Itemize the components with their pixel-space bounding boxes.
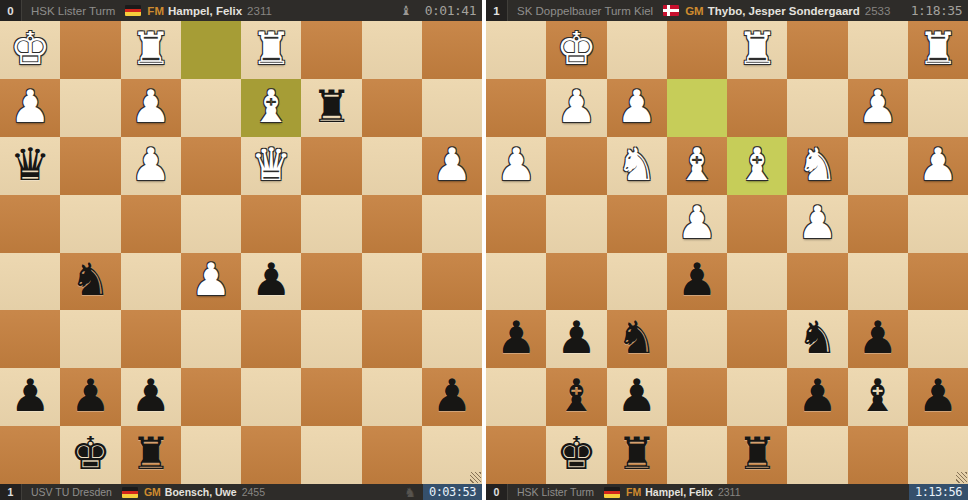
square[interactable] bbox=[787, 426, 847, 484]
match-score-badge: 0 bbox=[0, 0, 22, 21]
square[interactable]: ♟ bbox=[607, 79, 667, 137]
square[interactable] bbox=[60, 310, 120, 368]
clock-bottom: 0:03:53 bbox=[423, 484, 482, 500]
white-knight-piece: ♞ bbox=[797, 142, 837, 190]
flag-icon bbox=[663, 5, 679, 16]
square[interactable] bbox=[301, 310, 361, 368]
square[interactable]: ♟ bbox=[787, 368, 847, 426]
square[interactable] bbox=[301, 21, 361, 79]
square[interactable] bbox=[60, 21, 120, 79]
white-bishop-piece: ♝ bbox=[677, 142, 717, 190]
square[interactable] bbox=[727, 195, 787, 253]
black-pawn-piece: ♟ bbox=[616, 373, 656, 421]
square[interactable] bbox=[0, 253, 60, 311]
square[interactable]: ♜ bbox=[121, 21, 181, 79]
square[interactable] bbox=[607, 253, 667, 311]
black-bishop-piece: ♝ bbox=[857, 373, 897, 421]
square[interactable] bbox=[422, 21, 482, 79]
player-bar-top: 1 SK Doppelbauer Turm Kiel GM Thybo, Jes… bbox=[486, 0, 968, 21]
white-king-piece: ♚ bbox=[10, 26, 50, 74]
white-pawn-piece: ♟ bbox=[556, 84, 596, 132]
bishop-icon: ♝ bbox=[400, 3, 412, 18]
square[interactable] bbox=[181, 426, 241, 484]
black-pawn-piece: ♟ bbox=[918, 373, 958, 421]
black-pawn-piece: ♟ bbox=[10, 373, 50, 421]
player-rating: 2455 bbox=[242, 486, 265, 498]
square[interactable] bbox=[848, 137, 908, 195]
resize-handle-icon[interactable] bbox=[956, 472, 967, 483]
player-rating: 2311 bbox=[718, 486, 741, 498]
clock-top: 0:01:41 bbox=[419, 0, 482, 21]
square[interactable] bbox=[241, 426, 301, 484]
square[interactable]: ♟ bbox=[241, 253, 301, 311]
player-bar-top: 0 HSK Lister Turm FM Hampel, Felix 2311 … bbox=[0, 0, 482, 21]
flag-icon bbox=[122, 487, 138, 498]
white-bishop-piece: ♝ bbox=[737, 142, 777, 190]
square[interactable] bbox=[546, 253, 606, 311]
square[interactable] bbox=[727, 368, 787, 426]
team-name: HSK Lister Turm bbox=[517, 486, 594, 498]
square[interactable] bbox=[422, 195, 482, 253]
square[interactable] bbox=[181, 137, 241, 195]
white-pawn-piece: ♟ bbox=[496, 142, 536, 190]
square[interactable]: ♚ bbox=[546, 21, 606, 79]
square[interactable] bbox=[362, 310, 422, 368]
square[interactable] bbox=[0, 310, 60, 368]
white-pawn-piece: ♟ bbox=[130, 84, 170, 132]
square[interactable] bbox=[908, 195, 968, 253]
square[interactable]: ♟ bbox=[908, 368, 968, 426]
square[interactable] bbox=[60, 195, 120, 253]
white-pawn-piece: ♟ bbox=[191, 257, 231, 305]
square[interactable] bbox=[241, 368, 301, 426]
black-pawn-piece: ♟ bbox=[496, 315, 536, 363]
square[interactable] bbox=[241, 310, 301, 368]
black-pawn-piece: ♟ bbox=[556, 315, 596, 363]
square[interactable] bbox=[60, 79, 120, 137]
square[interactable] bbox=[546, 195, 606, 253]
square[interactable]: ♟ bbox=[546, 79, 606, 137]
square[interactable]: ♝ bbox=[727, 137, 787, 195]
square[interactable] bbox=[181, 368, 241, 426]
broadcast-stage: 0 HSK Lister Turm FM Hampel, Felix 2311 … bbox=[0, 0, 968, 500]
match-score-badge: 1 bbox=[486, 0, 508, 21]
square[interactable] bbox=[848, 253, 908, 311]
clock-top: 1:18:35 bbox=[905, 0, 968, 21]
board-area: ♚♜♜♟♟♟♟♞♝♝♞♟♟♟♟♟♟♞♞♟♝♟♟♝♟♚♜♜ bbox=[486, 21, 968, 484]
player-rating: 2533 bbox=[865, 5, 891, 17]
square[interactable]: ♟ bbox=[60, 368, 120, 426]
black-queen-piece: ♛ bbox=[10, 142, 50, 190]
square[interactable]: ♟ bbox=[181, 253, 241, 311]
player-bar-bottom: 0 HSK Lister Turm FM Hampel, Felix 2311 … bbox=[486, 484, 968, 500]
black-pawn-piece: ♟ bbox=[857, 315, 897, 363]
square[interactable] bbox=[486, 368, 546, 426]
square[interactable] bbox=[0, 195, 60, 253]
square[interactable]: ♟ bbox=[486, 310, 546, 368]
square[interactable] bbox=[848, 21, 908, 79]
team-name: HSK Lister Turm bbox=[31, 5, 115, 17]
square[interactable] bbox=[181, 21, 241, 79]
square[interactable] bbox=[486, 21, 546, 79]
white-rook-piece: ♜ bbox=[251, 26, 291, 74]
square[interactable] bbox=[362, 137, 422, 195]
black-king-piece: ♚ bbox=[70, 431, 110, 479]
resize-handle-icon[interactable] bbox=[470, 472, 481, 483]
player-name: Hampel, Felix bbox=[645, 486, 713, 498]
square[interactable]: ♟ bbox=[667, 195, 727, 253]
square[interactable]: ♝ bbox=[667, 137, 727, 195]
square[interactable] bbox=[727, 253, 787, 311]
square[interactable] bbox=[362, 253, 422, 311]
white-pawn-piece: ♟ bbox=[432, 142, 472, 190]
game-pane-left: 0 HSK Lister Turm FM Hampel, Felix 2311 … bbox=[0, 0, 482, 500]
match-score-badge: 0 bbox=[486, 484, 508, 500]
white-king-piece: ♚ bbox=[556, 26, 596, 74]
square[interactable]: ♟ bbox=[667, 253, 727, 311]
black-king-piece: ♚ bbox=[556, 431, 596, 479]
square[interactable] bbox=[848, 426, 908, 484]
square[interactable] bbox=[787, 21, 847, 79]
flag-icon bbox=[604, 487, 620, 498]
team-name: USV TU Dresden bbox=[31, 486, 112, 498]
square[interactable] bbox=[362, 195, 422, 253]
square[interactable]: ♞ bbox=[787, 310, 847, 368]
square[interactable] bbox=[422, 79, 482, 137]
square[interactable] bbox=[121, 195, 181, 253]
square[interactable] bbox=[121, 253, 181, 311]
square[interactable] bbox=[301, 137, 361, 195]
square[interactable]: ♜ bbox=[241, 21, 301, 79]
square[interactable] bbox=[727, 310, 787, 368]
square[interactable]: ♚ bbox=[60, 426, 120, 484]
square[interactable]: ♞ bbox=[607, 310, 667, 368]
square[interactable]: ♜ bbox=[727, 426, 787, 484]
player-name: Hampel, Felix bbox=[168, 5, 242, 17]
team-name: SK Doppelbauer Turm Kiel bbox=[517, 5, 653, 17]
white-queen-piece: ♛ bbox=[251, 142, 291, 190]
square[interactable] bbox=[546, 137, 606, 195]
square[interactable] bbox=[486, 426, 546, 484]
white-rook-piece: ♜ bbox=[130, 26, 170, 74]
square[interactable] bbox=[301, 368, 361, 426]
square[interactable] bbox=[607, 21, 667, 79]
square[interactable] bbox=[301, 253, 361, 311]
black-rook-piece: ♜ bbox=[311, 84, 351, 132]
square[interactable] bbox=[0, 426, 60, 484]
player-name: Thybo, Jesper Sondergaard bbox=[708, 5, 860, 17]
square[interactable] bbox=[607, 195, 667, 253]
black-pawn-piece: ♟ bbox=[797, 373, 837, 421]
square[interactable]: ♜ bbox=[727, 21, 787, 79]
square[interactable] bbox=[362, 368, 422, 426]
square[interactable]: ♝ bbox=[546, 368, 606, 426]
board-area: ♚♜♜♟♟♝♜♛♟♛♟♞♟♟♟♟♟♟♚♜ bbox=[0, 21, 482, 484]
square[interactable] bbox=[908, 310, 968, 368]
square[interactable] bbox=[301, 195, 361, 253]
square[interactable] bbox=[301, 426, 361, 484]
white-rook-piece: ♜ bbox=[918, 26, 958, 74]
match-score-badge: 1 bbox=[0, 484, 22, 500]
square[interactable]: ♜ bbox=[908, 21, 968, 79]
white-pawn-piece: ♟ bbox=[616, 84, 656, 132]
square[interactable] bbox=[121, 310, 181, 368]
square[interactable]: ♜ bbox=[607, 426, 667, 484]
square[interactable] bbox=[848, 195, 908, 253]
chess-board[interactable]: ♚♜♜♟♟♝♜♛♟♛♟♞♟♟♟♟♟♟♚♜ bbox=[0, 21, 482, 484]
clock-bottom: 1:13:56 bbox=[909, 484, 968, 500]
black-pawn-piece: ♟ bbox=[432, 373, 472, 421]
black-pawn-piece: ♟ bbox=[677, 257, 717, 305]
square[interactable] bbox=[362, 426, 422, 484]
square[interactable]: ♛ bbox=[0, 137, 60, 195]
square[interactable] bbox=[908, 253, 968, 311]
square[interactable] bbox=[727, 79, 787, 137]
square[interactable] bbox=[181, 79, 241, 137]
black-rook-piece: ♜ bbox=[130, 431, 170, 479]
square[interactable]: ♚ bbox=[546, 426, 606, 484]
black-bishop-piece: ♝ bbox=[556, 373, 596, 421]
square[interactable] bbox=[181, 195, 241, 253]
square[interactable] bbox=[667, 426, 727, 484]
white-pawn-piece: ♟ bbox=[130, 142, 170, 190]
square[interactable] bbox=[60, 137, 120, 195]
square[interactable]: ♟ bbox=[486, 137, 546, 195]
player-title: FM bbox=[626, 486, 641, 498]
player-title: GM bbox=[144, 486, 161, 498]
square[interactable]: ♟ bbox=[546, 310, 606, 368]
square[interactable]: ♝ bbox=[848, 368, 908, 426]
black-knight-piece: ♞ bbox=[616, 315, 656, 363]
square[interactable]: ♟ bbox=[848, 310, 908, 368]
square[interactable]: ♞ bbox=[60, 253, 120, 311]
player-title: GM bbox=[685, 5, 704, 17]
square[interactable] bbox=[667, 79, 727, 137]
square[interactable] bbox=[181, 310, 241, 368]
black-pawn-piece: ♟ bbox=[70, 373, 110, 421]
square[interactable] bbox=[667, 368, 727, 426]
square[interactable]: ♟ bbox=[422, 137, 482, 195]
black-knight-piece: ♞ bbox=[797, 315, 837, 363]
flag-icon bbox=[125, 5, 141, 16]
square[interactable] bbox=[422, 253, 482, 311]
square[interactable]: ♟ bbox=[607, 368, 667, 426]
square[interactable]: ♜ bbox=[121, 426, 181, 484]
black-pawn-piece: ♟ bbox=[251, 257, 291, 305]
square[interactable] bbox=[422, 310, 482, 368]
square[interactable]: ♝ bbox=[241, 79, 301, 137]
square[interactable] bbox=[362, 21, 422, 79]
black-pawn-piece: ♟ bbox=[130, 373, 170, 421]
chess-board[interactable]: ♚♜♜♟♟♟♟♞♝♝♞♟♟♟♟♟♟♞♞♟♝♟♟♝♟♚♜♜ bbox=[486, 21, 968, 484]
white-bishop-piece: ♝ bbox=[251, 84, 291, 132]
white-pawn-piece: ♟ bbox=[677, 200, 717, 248]
square[interactable]: ♟ bbox=[422, 368, 482, 426]
square[interactable] bbox=[787, 79, 847, 137]
square[interactable] bbox=[486, 79, 546, 137]
square[interactable] bbox=[908, 79, 968, 137]
square[interactable]: ♞ bbox=[787, 137, 847, 195]
white-pawn-piece: ♟ bbox=[10, 84, 50, 132]
square[interactable] bbox=[667, 310, 727, 368]
square[interactable]: ♟ bbox=[121, 368, 181, 426]
white-pawn-piece: ♟ bbox=[918, 142, 958, 190]
game-pane-right: 1 SK Doppelbauer Turm Kiel GM Thybo, Jes… bbox=[486, 0, 968, 500]
white-pawn-piece: ♟ bbox=[857, 84, 897, 132]
black-knight-piece: ♞ bbox=[70, 257, 110, 305]
player-name: Boensch, Uwe bbox=[165, 486, 237, 498]
square[interactable]: ♜ bbox=[301, 79, 361, 137]
square[interactable]: ♟ bbox=[121, 79, 181, 137]
square[interactable]: ♟ bbox=[908, 137, 968, 195]
square[interactable]: ♚ bbox=[0, 21, 60, 79]
square[interactable] bbox=[362, 79, 422, 137]
square[interactable]: ♟ bbox=[121, 137, 181, 195]
square[interactable] bbox=[486, 195, 546, 253]
white-rook-piece: ♜ bbox=[737, 26, 777, 74]
black-rook-piece: ♜ bbox=[616, 431, 656, 479]
square[interactable]: ♟ bbox=[787, 195, 847, 253]
square[interactable]: ♟ bbox=[0, 368, 60, 426]
player-title: FM bbox=[147, 5, 164, 17]
square[interactable] bbox=[486, 253, 546, 311]
square[interactable] bbox=[241, 195, 301, 253]
square[interactable]: ♞ bbox=[607, 137, 667, 195]
black-rook-piece: ♜ bbox=[737, 431, 777, 479]
player-bar-bottom: 1 USV TU Dresden GM Boensch, Uwe 2455 ♞ … bbox=[0, 484, 482, 500]
square[interactable] bbox=[787, 253, 847, 311]
player-rating: 2311 bbox=[247, 5, 272, 17]
square[interactable] bbox=[667, 21, 727, 79]
white-pawn-piece: ♟ bbox=[797, 200, 837, 248]
square[interactable]: ♟ bbox=[848, 79, 908, 137]
square[interactable]: ♟ bbox=[0, 79, 60, 137]
square[interactable]: ♛ bbox=[241, 137, 301, 195]
knight-icon: ♞ bbox=[404, 485, 416, 500]
white-knight-piece: ♞ bbox=[616, 142, 656, 190]
